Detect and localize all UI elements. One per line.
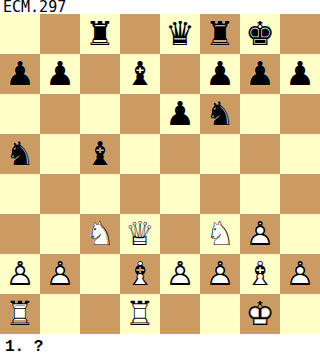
square-f1[interactable] bbox=[200, 294, 240, 334]
square-d1[interactable]: ♜♖ bbox=[120, 294, 160, 334]
white-pawn-icon: ♟♙ bbox=[240, 214, 280, 254]
square-c4[interactable] bbox=[80, 174, 120, 214]
square-a1[interactable]: ♜♖ bbox=[0, 294, 40, 334]
square-a2[interactable]: ♟♙ bbox=[0, 254, 40, 294]
square-c7[interactable] bbox=[80, 54, 120, 94]
square-b2[interactable]: ♟♙ bbox=[40, 254, 80, 294]
black-pawn-icon: ♟ bbox=[40, 54, 80, 94]
white-bishop-icon: ♝♗ bbox=[240, 254, 280, 294]
square-g2[interactable]: ♝♗ bbox=[240, 254, 280, 294]
black-king-icon: ♚ bbox=[240, 14, 280, 54]
square-h3[interactable] bbox=[280, 214, 320, 254]
square-b7[interactable]: ♟ bbox=[40, 54, 80, 94]
square-g3[interactable]: ♟♙ bbox=[240, 214, 280, 254]
square-e8[interactable]: ♛ bbox=[160, 14, 200, 54]
square-f3[interactable]: ♞♘ bbox=[200, 214, 240, 254]
square-h7[interactable]: ♟ bbox=[280, 54, 320, 94]
square-f4[interactable] bbox=[200, 174, 240, 214]
square-g6[interactable] bbox=[240, 94, 280, 134]
square-a5[interactable]: ♞ bbox=[0, 134, 40, 174]
square-b6[interactable] bbox=[40, 94, 80, 134]
square-e2[interactable]: ♟♙ bbox=[160, 254, 200, 294]
square-d2[interactable]: ♝♗ bbox=[120, 254, 160, 294]
square-a8[interactable] bbox=[0, 14, 40, 54]
square-c6[interactable] bbox=[80, 94, 120, 134]
square-f2[interactable]: ♟♙ bbox=[200, 254, 240, 294]
square-d6[interactable] bbox=[120, 94, 160, 134]
black-pawn-icon: ♟ bbox=[0, 54, 40, 94]
square-e3[interactable] bbox=[160, 214, 200, 254]
square-g7[interactable]: ♟ bbox=[240, 54, 280, 94]
square-d5[interactable] bbox=[120, 134, 160, 174]
black-knight-icon: ♞ bbox=[0, 134, 40, 174]
black-pawn-icon: ♟ bbox=[240, 54, 280, 94]
square-h8[interactable] bbox=[280, 14, 320, 54]
square-a7[interactable]: ♟ bbox=[0, 54, 40, 94]
square-d7[interactable]: ♝ bbox=[120, 54, 160, 94]
square-c3[interactable]: ♞♘ bbox=[80, 214, 120, 254]
puzzle-id: ECM.297 bbox=[0, 0, 320, 14]
black-queen-icon: ♛ bbox=[160, 14, 200, 54]
white-queen-icon: ♛♕ bbox=[120, 214, 160, 254]
white-pawn-icon: ♟♙ bbox=[160, 254, 200, 294]
square-f6[interactable]: ♞ bbox=[200, 94, 240, 134]
square-d4[interactable] bbox=[120, 174, 160, 214]
black-pawn-icon: ♟ bbox=[200, 54, 240, 94]
square-e7[interactable] bbox=[160, 54, 200, 94]
square-a6[interactable] bbox=[0, 94, 40, 134]
square-b8[interactable] bbox=[40, 14, 80, 54]
square-b3[interactable] bbox=[40, 214, 80, 254]
square-e6[interactable]: ♟ bbox=[160, 94, 200, 134]
square-b5[interactable] bbox=[40, 134, 80, 174]
white-knight-icon: ♞♘ bbox=[200, 214, 240, 254]
square-c2[interactable] bbox=[80, 254, 120, 294]
square-a3[interactable] bbox=[0, 214, 40, 254]
white-rook-icon: ♜♖ bbox=[120, 294, 160, 334]
white-rook-icon: ♜♖ bbox=[0, 294, 40, 334]
square-f7[interactable]: ♟ bbox=[200, 54, 240, 94]
square-e5[interactable] bbox=[160, 134, 200, 174]
black-pawn-icon: ♟ bbox=[160, 94, 200, 134]
square-e1[interactable] bbox=[160, 294, 200, 334]
black-bishop-icon: ♝ bbox=[80, 134, 120, 174]
white-pawn-icon: ♟♙ bbox=[0, 254, 40, 294]
square-b4[interactable] bbox=[40, 174, 80, 214]
square-d3[interactable]: ♛♕ bbox=[120, 214, 160, 254]
white-pawn-icon: ♟♙ bbox=[40, 254, 80, 294]
square-d8[interactable] bbox=[120, 14, 160, 54]
white-king-icon: ♚♔ bbox=[240, 294, 280, 334]
black-knight-icon: ♞ bbox=[200, 94, 240, 134]
white-pawn-icon: ♟♙ bbox=[200, 254, 240, 294]
square-f5[interactable] bbox=[200, 134, 240, 174]
square-h4[interactable] bbox=[280, 174, 320, 214]
chess-board: ♜♛♜♚♟♟♝♟♟♟♟♞♞♝♞♘♛♕♞♘♟♙♟♙♟♙♝♗♟♙♟♙♝♗♟♙♜♖♜♖… bbox=[0, 14, 320, 334]
white-knight-icon: ♞♘ bbox=[80, 214, 120, 254]
square-e4[interactable] bbox=[160, 174, 200, 214]
square-f8[interactable]: ♜ bbox=[200, 14, 240, 54]
square-g8[interactable]: ♚ bbox=[240, 14, 280, 54]
square-g4[interactable] bbox=[240, 174, 280, 214]
black-rook-icon: ♜ bbox=[200, 14, 240, 54]
square-h1[interactable] bbox=[280, 294, 320, 334]
square-h6[interactable] bbox=[280, 94, 320, 134]
square-g1[interactable]: ♚♔ bbox=[240, 294, 280, 334]
square-g5[interactable] bbox=[240, 134, 280, 174]
black-pawn-icon: ♟ bbox=[280, 54, 320, 94]
square-c8[interactable]: ♜ bbox=[80, 14, 120, 54]
black-bishop-icon: ♝ bbox=[120, 54, 160, 94]
square-c1[interactable] bbox=[80, 294, 120, 334]
square-a4[interactable] bbox=[0, 174, 40, 214]
move-prompt: 1. ? bbox=[0, 334, 320, 360]
square-b1[interactable] bbox=[40, 294, 80, 334]
black-rook-icon: ♜ bbox=[80, 14, 120, 54]
white-bishop-icon: ♝♗ bbox=[120, 254, 160, 294]
white-pawn-icon: ♟♙ bbox=[280, 254, 320, 294]
square-h5[interactable] bbox=[280, 134, 320, 174]
square-h2[interactable]: ♟♙ bbox=[280, 254, 320, 294]
square-c5[interactable]: ♝ bbox=[80, 134, 120, 174]
